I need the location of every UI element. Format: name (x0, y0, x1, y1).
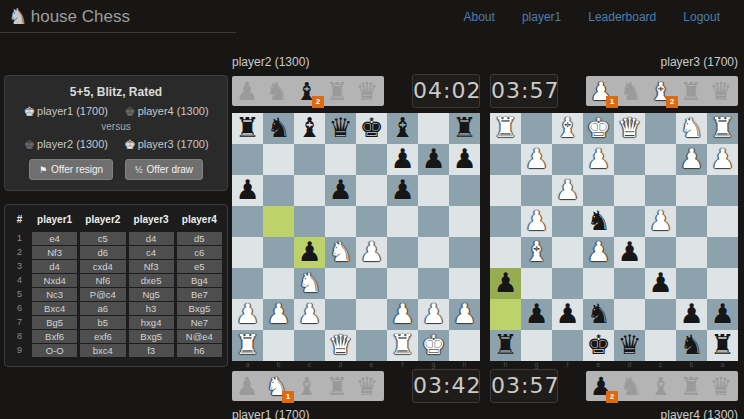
square-e4[interactable]: ♞ (583, 206, 614, 237)
file-label-b: b (676, 361, 707, 368)
white-knight[interactable]: ♞ (676, 113, 707, 144)
file-label-c: c (294, 361, 325, 368)
black-bishop[interactable]: ♝ (387, 113, 418, 144)
move-cell[interactable]: Bxg5 (177, 302, 222, 315)
white-queen[interactable]: ♛ (325, 330, 356, 361)
move-cell[interactable]: f3 (129, 344, 174, 357)
move-cell[interactable]: d4 (129, 232, 174, 245)
file-label-e: e (583, 361, 614, 368)
move-cell[interactable]: h6 (177, 344, 222, 357)
black-queen[interactable]: ♛ (614, 330, 645, 361)
move-cell[interactable]: bxc4 (80, 344, 125, 357)
move-cell[interactable]: h3 (129, 302, 174, 315)
white-pawn-tray-slot[interactable]: ♟1 (586, 76, 616, 106)
square-f5[interactable] (387, 206, 418, 237)
top-nav: Aboutplayer1LeaderboardLogout (464, 10, 734, 24)
square-f1[interactable]: ♜ (387, 330, 418, 361)
white-knight[interactable]: ♞ (294, 268, 325, 299)
black-pawn[interactable]: ♟ (325, 175, 356, 206)
move-cell[interactable]: Bxg5 (129, 330, 174, 343)
white-pawn[interactable]: ♟ (583, 144, 614, 175)
half-point-icon: ½ (135, 165, 143, 175)
square-h1[interactable]: ♜ (490, 113, 521, 144)
square-h5[interactable] (490, 237, 521, 268)
rook-icon: ♜ (326, 372, 348, 400)
square-g6[interactable] (521, 268, 552, 299)
square-c8[interactable] (645, 330, 676, 361)
square-d8[interactable]: ♛ (325, 113, 356, 144)
square-g4[interactable]: ♟ (521, 206, 552, 237)
black-pawn[interactable]: ♟ (387, 144, 418, 175)
white-bishop-tray-slot[interactable]: ♝2 (646, 76, 676, 106)
move-number: 7 (10, 316, 29, 329)
square-c2[interactable]: ♟ (294, 299, 325, 330)
nav-link-logout[interactable]: Logout (683, 10, 720, 24)
square-c1[interactable] (645, 113, 676, 144)
square-e2[interactable]: ♟ (583, 144, 614, 175)
white-pawn[interactable]: ♟ (387, 299, 418, 330)
white-rook[interactable]: ♜ (232, 330, 263, 361)
square-d2[interactable] (614, 144, 645, 175)
rook-icon: ♜ (680, 77, 702, 105)
square-e3[interactable] (583, 175, 614, 206)
square-g1[interactable] (521, 113, 552, 144)
white-rook[interactable]: ♜ (707, 113, 738, 144)
white-pawn[interactable]: ♟ (583, 237, 614, 268)
square-f6[interactable]: ♟ (387, 175, 418, 206)
square-a8[interactable]: ♜ (707, 330, 738, 361)
black-pawn[interactable]: ♟ (645, 268, 676, 299)
player-name: player4 (1300) (138, 105, 209, 117)
square-c3[interactable]: ♞ (294, 268, 325, 299)
team2-line: ♚player2 (1300)♚player3 (1700) (9, 138, 223, 150)
square-b3[interactable] (676, 175, 707, 206)
file-label-e: e (356, 361, 387, 368)
square-e2[interactable] (356, 299, 387, 330)
black-pawn[interactable]: ♟ (552, 299, 583, 330)
team1-line: ♚player1 (1700)♚player4 (1300) (9, 105, 223, 117)
move-number: 9 (10, 344, 29, 357)
move-cell[interactable]: c6 (177, 246, 222, 259)
black-rook[interactable]: ♜ (232, 113, 263, 144)
square-c6[interactable] (294, 175, 325, 206)
square-e5[interactable]: ♟ (583, 237, 614, 268)
square-f8[interactable] (552, 330, 583, 361)
move-cell[interactable]: Bxf6 (32, 330, 77, 343)
white-pawn-tray-slot: ♟ (232, 371, 262, 401)
square-d7[interactable] (325, 144, 356, 175)
square-d3[interactable] (325, 268, 356, 299)
black-king[interactable]: ♚ (583, 330, 614, 361)
black-knight[interactable]: ♞ (676, 330, 707, 361)
square-b1[interactable] (263, 330, 294, 361)
player-chip: ♚player3 (1700) (124, 138, 209, 150)
square-a3[interactable] (232, 268, 263, 299)
file-label-b: b (263, 361, 294, 368)
square-c4[interactable]: ♟ (645, 206, 676, 237)
square-c5[interactable] (294, 206, 325, 237)
board1-bottom-player-label: player1 (1700) (232, 408, 480, 419)
move-cell[interactable]: a6 (80, 302, 125, 315)
file-label-h: h (490, 361, 521, 368)
square-c6[interactable]: ♟ (645, 268, 676, 299)
square-g3[interactable] (418, 268, 449, 299)
square-d8[interactable]: ♛ (614, 330, 645, 361)
white-rook[interactable]: ♜ (387, 330, 418, 361)
square-f2[interactable] (552, 144, 583, 175)
move-cell[interactable]: Nf3 (32, 246, 77, 259)
move-cell[interactable]: Nxd4 (32, 274, 77, 287)
white-rook[interactable]: ♜ (490, 113, 521, 144)
move-cell[interactable]: Bxc4 (32, 302, 77, 315)
black-knight-tray-slot: ♞ (616, 371, 646, 401)
white-king[interactable]: ♚ (418, 330, 449, 361)
black-knight[interactable]: ♞ (583, 299, 614, 330)
square-b5[interactable] (263, 206, 294, 237)
square-e5[interactable] (356, 206, 387, 237)
white-king[interactable]: ♚ (583, 113, 614, 144)
square-h5[interactable] (449, 206, 480, 237)
square-h7[interactable] (490, 299, 521, 330)
square-f3[interactable] (387, 268, 418, 299)
player-name: player3 (1700) (138, 138, 209, 150)
square-a5[interactable] (707, 237, 738, 268)
white-rook-tray-slot: ♜ (322, 371, 352, 401)
square-h6[interactable] (449, 175, 480, 206)
move-cell[interactable]: Be7 (177, 288, 222, 301)
square-d7[interactable] (614, 299, 645, 330)
square-c1[interactable] (294, 330, 325, 361)
black-king[interactable]: ♚ (356, 113, 387, 144)
white-bishop[interactable]: ♝ (521, 237, 552, 268)
square-e7[interactable]: ♞ (583, 299, 614, 330)
white-knight[interactable]: ♞ (325, 237, 356, 268)
move-cell[interactable]: Nc3 (32, 288, 77, 301)
queen-icon: ♛ (710, 372, 732, 400)
file-label-d: d (325, 361, 356, 368)
white-pawn[interactable]: ♟ (521, 144, 552, 175)
move-number: 3 (10, 260, 29, 273)
board2-bottom-player-label: player4 (1300) (490, 408, 738, 419)
knight-icon: ♞ (266, 77, 288, 105)
offer-draw-label: Offer draw (147, 164, 194, 175)
square-b2[interactable]: ♟ (263, 299, 294, 330)
square-g7[interactable]: ♟ (418, 144, 449, 175)
move-number: 4 (10, 274, 29, 287)
square-d6[interactable]: ♟ (325, 175, 356, 206)
nav-link-leaderboard[interactable]: Leaderboard (588, 10, 656, 24)
square-a2[interactable]: ♟ (707, 144, 738, 175)
square-a6[interactable] (707, 268, 738, 299)
white-pawn[interactable]: ♟ (418, 299, 449, 330)
queen-icon: ♛ (356, 77, 378, 105)
move-cell[interactable]: Nf3 (129, 260, 174, 273)
black-pawn[interactable]: ♟ (707, 299, 738, 330)
board2-top-player-label: player3 (1700) (490, 55, 738, 71)
move-number: 2 (10, 246, 29, 259)
nav-link-player1[interactable]: player1 (522, 10, 561, 24)
queen-icon: ♛ (710, 77, 732, 105)
square-b4[interactable] (263, 237, 294, 268)
square-g5[interactable]: ♝ (521, 237, 552, 268)
square-g3[interactable] (521, 175, 552, 206)
black-pawn[interactable]: ♟ (387, 175, 418, 206)
square-h1[interactable] (449, 330, 480, 361)
move-cell[interactable]: e5 (177, 260, 222, 273)
square-g8[interactable] (521, 330, 552, 361)
versus-label: versus (9, 121, 223, 132)
offer-resign-button[interactable]: ⚑ Offer resign (29, 159, 113, 180)
square-d1[interactable]: ♛ (614, 113, 645, 144)
move-cell[interactable]: dxe5 (129, 274, 174, 287)
move-number: 6 (10, 302, 29, 315)
square-d1[interactable]: ♛ (325, 330, 356, 361)
square-g4[interactable] (418, 237, 449, 268)
square-b4[interactable] (676, 206, 707, 237)
flag-icon: ⚑ (39, 165, 47, 175)
move-cell[interactable]: P@c4 (80, 288, 125, 301)
square-a8[interactable]: ♜ (232, 113, 263, 144)
square-e1[interactable]: ♚ (583, 113, 614, 144)
board2-bottom-captured-tray: ♟2♞♝♜♛ (586, 371, 738, 401)
move-cell[interactable]: c4 (129, 246, 174, 259)
square-e6[interactable] (356, 175, 387, 206)
board2-bottom-clock: 03:57 (490, 369, 558, 403)
board1-top-clock: 04:02 (412, 74, 480, 108)
black-rook-tray-slot: ♜ (676, 371, 706, 401)
square-f5[interactable] (552, 237, 583, 268)
board2-column: player3 (1700) ♟1♞♝2♜♛ 03:57 ♜♝♚♛♞♜♟♟♟♟♟… (490, 55, 738, 419)
move-cell[interactable]: Ne7 (177, 316, 222, 329)
square-h4[interactable] (490, 206, 521, 237)
square-d4[interactable] (614, 206, 645, 237)
move-table-header: player1 (32, 212, 77, 231)
black-knight[interactable]: ♞ (583, 206, 614, 237)
square-d3[interactable] (614, 175, 645, 206)
white-knight-tray-slot: ♞ (616, 76, 646, 106)
offer-draw-button[interactable]: ½ Offer draw (125, 159, 203, 180)
white-knight-tray-slot[interactable]: ♞1 (262, 371, 292, 401)
square-b8[interactable]: ♞ (263, 113, 294, 144)
white-pawn[interactable]: ♟ (294, 299, 325, 330)
black-bishop[interactable]: ♝ (294, 113, 325, 144)
board1-file-labels: abcdefgh (232, 361, 480, 368)
square-c2[interactable] (645, 144, 676, 175)
file-label-a: a (232, 361, 263, 368)
square-d5[interactable]: ♟ (614, 237, 645, 268)
game-info-title: 5+5, Blitz, Rated (9, 85, 223, 99)
move-cell[interactable]: hxg4 (129, 316, 174, 329)
black-pawn[interactable]: ♟ (294, 237, 325, 268)
board1-top-player-label: player2 (1300) (232, 55, 480, 71)
square-a2[interactable]: ♟ (232, 299, 263, 330)
black-pawn-tray-slot[interactable]: ♟2 (586, 371, 616, 401)
square-a7[interactable]: ♟ (707, 299, 738, 330)
black-pawn-tray-slot: ♟ (232, 76, 262, 106)
square-g5[interactable] (418, 206, 449, 237)
square-g1[interactable]: ♚ (418, 330, 449, 361)
black-rook-tray-slot: ♜ (322, 76, 352, 106)
move-cell[interactable]: b5 (80, 316, 125, 329)
square-c7[interactable] (294, 144, 325, 175)
white-pawn[interactable]: ♟ (356, 237, 387, 268)
square-f6[interactable] (552, 268, 583, 299)
white-queen-tray-slot: ♛ (706, 76, 736, 106)
square-g7[interactable]: ♟ (521, 299, 552, 330)
square-a7[interactable] (232, 144, 263, 175)
move-cell[interactable]: d5 (177, 232, 222, 245)
square-c7[interactable] (645, 299, 676, 330)
square-f7[interactable]: ♟ (387, 144, 418, 175)
white-pawn[interactable]: ♟ (552, 175, 583, 206)
square-c4[interactable]: ♟ (294, 237, 325, 268)
square-c5[interactable] (645, 237, 676, 268)
square-h3[interactable] (490, 175, 521, 206)
square-f8[interactable]: ♝ (387, 113, 418, 144)
square-d2[interactable] (325, 299, 356, 330)
move-cell[interactable]: Bg5 (32, 316, 77, 329)
square-d5[interactable] (325, 206, 356, 237)
move-cell[interactable]: d4 (32, 260, 77, 273)
white-pawn[interactable]: ♟ (449, 299, 480, 330)
square-e3[interactable] (356, 268, 387, 299)
square-a4[interactable] (707, 206, 738, 237)
square-e1[interactable] (356, 330, 387, 361)
square-b7[interactable]: ♟ (676, 299, 707, 330)
black-knight[interactable]: ♞ (263, 113, 294, 144)
square-b1[interactable]: ♞ (676, 113, 707, 144)
square-a3[interactable] (707, 175, 738, 206)
move-list-panel: #player1player2player3player41e4c5d4d52N… (4, 204, 228, 367)
square-c3[interactable] (645, 175, 676, 206)
move-number: 8 (10, 330, 29, 343)
black-rook[interactable]: ♜ (449, 113, 480, 144)
white-pawn[interactable]: ♟ (263, 299, 294, 330)
move-cell[interactable]: d6 (80, 246, 125, 259)
bishop-icon: ♝ (296, 372, 318, 400)
square-a5[interactable] (232, 206, 263, 237)
white-pawn[interactable]: ♟ (521, 206, 552, 237)
black-pawn[interactable]: ♟ (676, 299, 707, 330)
square-h2[interactable] (490, 144, 521, 175)
square-a6[interactable]: ♟ (232, 175, 263, 206)
white-pawn[interactable]: ♟ (707, 144, 738, 175)
black-pawn[interactable]: ♟ (232, 175, 263, 206)
white-queen[interactable]: ♛ (614, 113, 645, 144)
square-h3[interactable] (449, 268, 480, 299)
move-table-header: player3 (129, 212, 174, 231)
player-chip: ♚player1 (1700) (23, 105, 108, 117)
square-f4[interactable] (387, 237, 418, 268)
file-label-g: g (418, 361, 449, 368)
square-h8[interactable]: ♜ (490, 330, 521, 361)
nav-link-about[interactable]: About (464, 10, 495, 24)
square-b7[interactable] (263, 144, 294, 175)
board1-bottom-clock: 03:42 (412, 369, 480, 403)
square-a1[interactable]: ♜ (707, 113, 738, 144)
black-king-icon: ♚ (23, 139, 35, 150)
square-h7[interactable]: ♟ (449, 144, 480, 175)
white-pawn[interactable]: ♟ (676, 144, 707, 175)
square-d6[interactable] (614, 268, 645, 299)
square-e6[interactable] (583, 268, 614, 299)
square-a4[interactable] (232, 237, 263, 268)
board1-bottom-captured-tray: ♟♞1♝♜♛ (232, 371, 384, 401)
square-d4[interactable]: ♞ (325, 237, 356, 268)
square-e4[interactable]: ♟ (356, 237, 387, 268)
move-cell[interactable]: c5 (80, 232, 125, 245)
square-g8[interactable] (418, 113, 449, 144)
app-title: house Chess (31, 7, 130, 27)
queen-icon: ♛ (356, 372, 378, 400)
move-cell[interactable]: e4 (32, 232, 77, 245)
move-cell[interactable]: O-O (32, 344, 77, 357)
square-h8[interactable]: ♜ (449, 113, 480, 144)
square-g6[interactable] (418, 175, 449, 206)
black-pawn[interactable]: ♟ (449, 144, 480, 175)
move-cell[interactable]: Nf6 (80, 274, 125, 287)
square-h4[interactable] (449, 237, 480, 268)
square-f3[interactable]: ♟ (552, 175, 583, 206)
header-divider (0, 32, 236, 33)
white-pawn[interactable]: ♟ (232, 299, 263, 330)
black-pawn[interactable]: ♟ (521, 299, 552, 330)
black-rook[interactable]: ♜ (707, 330, 738, 361)
square-b2[interactable]: ♟ (676, 144, 707, 175)
square-c8[interactable]: ♝ (294, 113, 325, 144)
square-f4[interactable] (552, 206, 583, 237)
black-queen[interactable]: ♛ (325, 113, 356, 144)
pawn-icon: ♟ (236, 372, 258, 400)
white-bishop-tray-slot: ♝ (292, 371, 322, 401)
square-b8[interactable]: ♞ (676, 330, 707, 361)
square-b5[interactable] (676, 237, 707, 268)
square-h6[interactable]: ♟ (490, 268, 521, 299)
black-bishop-tray-slot[interactable]: ♝2 (292, 76, 322, 106)
square-b3[interactable] (263, 268, 294, 299)
square-g2[interactable]: ♟ (521, 144, 552, 175)
left-sidebar: 5+5, Blitz, Rated ♚player1 (1700)♚player… (4, 75, 228, 367)
player-chip: ♚player4 (1300) (124, 105, 209, 117)
square-f1[interactable]: ♝ (552, 113, 583, 144)
black-pawn[interactable]: ♟ (614, 237, 645, 268)
black-pawn[interactable]: ♟ (418, 144, 449, 175)
app-logo[interactable]: ♞ house Chess (8, 7, 130, 27)
move-cell[interactable]: exf6 (80, 330, 125, 343)
move-cell[interactable]: Ng5 (129, 288, 174, 301)
square-g2[interactable]: ♟ (418, 299, 449, 330)
black-rook[interactable]: ♜ (490, 330, 521, 361)
white-bishop[interactable]: ♝ (552, 113, 583, 144)
square-b6[interactable] (263, 175, 294, 206)
square-e7[interactable] (356, 144, 387, 175)
black-king-icon: ♚ (124, 106, 136, 117)
white-pawn[interactable]: ♟ (645, 206, 676, 237)
move-cell[interactable]: cxd4 (80, 260, 125, 273)
black-pawn[interactable]: ♟ (490, 268, 521, 299)
rook-icon: ♜ (680, 372, 702, 400)
square-a1[interactable]: ♜ (232, 330, 263, 361)
move-cell[interactable]: N@e4 (177, 330, 222, 343)
square-h2[interactable]: ♟ (449, 299, 480, 330)
square-b6[interactable] (676, 268, 707, 299)
move-table-header: # (10, 212, 29, 231)
move-cell[interactable]: Bg4 (177, 274, 222, 287)
square-f2[interactable]: ♟ (387, 299, 418, 330)
square-e8[interactable]: ♚ (356, 113, 387, 144)
square-f7[interactable]: ♟ (552, 299, 583, 330)
square-e8[interactable]: ♚ (583, 330, 614, 361)
